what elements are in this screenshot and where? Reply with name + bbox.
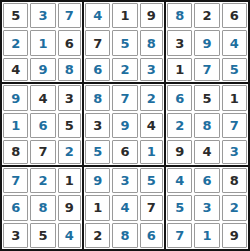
cell-r1c4[interactable]: 4 (85, 3, 110, 28)
cell-r8c8[interactable]: 3 (194, 195, 219, 220)
cell-r2c2[interactable]: 1 (30, 30, 55, 55)
cell-slot-r8c3: 9 (57, 194, 84, 221)
cell-slot-r9c7: 7 (166, 222, 193, 249)
cell-slot-r7c6: 5 (139, 167, 166, 194)
cell-r5c1[interactable]: 1 (3, 113, 28, 138)
cell-slot-r9c4: 2 (84, 222, 111, 249)
cell-r7c1[interactable]: 7 (3, 168, 28, 193)
cell-slot-r7c3: 1 (57, 167, 84, 194)
cell-r7c8[interactable]: 6 (194, 168, 219, 193)
cell-r3c2[interactable]: 9 (30, 58, 55, 81)
cell-r1c1[interactable]: 5 (3, 3, 28, 28)
cell-slot-r4c1: 9 (2, 84, 29, 111)
cell-slot-r1c6: 9 (139, 2, 166, 29)
cell-r7c5[interactable]: 3 (112, 168, 137, 193)
cell-slot-r8c1: 6 (2, 194, 29, 221)
cell-r5c8[interactable]: 8 (194, 113, 219, 138)
cell-r6c4[interactable]: 5 (85, 140, 110, 163)
cell-slot-r4c2: 4 (29, 84, 56, 111)
cell-r4c3[interactable]: 3 (58, 85, 81, 110)
cell-slot-r3c4: 6 (84, 57, 111, 84)
cell-slot-r3c3: 8 (57, 57, 84, 84)
cell-r2c6[interactable]: 8 (140, 30, 163, 55)
cell-slot-r5c4: 3 (84, 112, 111, 139)
cell-slot-r9c8: 1 (193, 222, 220, 249)
cell-slot-r3c2: 9 (29, 57, 56, 84)
cell-r5c6[interactable]: 4 (140, 113, 163, 138)
cell-slot-r4c4: 8 (84, 84, 111, 111)
cell-r1c7[interactable]: 8 (167, 3, 192, 28)
cell-r1c8[interactable]: 2 (194, 3, 219, 28)
cell-r3c3[interactable]: 8 (58, 58, 81, 81)
cell-slot-r2c5: 5 (111, 29, 138, 56)
cell-slot-r6c3: 2 (57, 139, 84, 166)
cell-slot-r1c5: 1 (111, 2, 138, 29)
cell-slot-r1c2: 3 (29, 2, 56, 29)
cell-r2c7[interactable]: 3 (167, 30, 192, 55)
cell-r9c5[interactable]: 8 (112, 223, 137, 248)
cell-r6c9[interactable]: 3 (222, 140, 247, 163)
cell-slot-r5c7: 2 (166, 112, 193, 139)
cell-r3c7[interactable]: 1 (167, 58, 192, 81)
cell-slot-r2c1: 2 (2, 29, 29, 56)
cell-slot-r7c5: 3 (111, 167, 138, 194)
cell-slot-r9c6: 6 (139, 222, 166, 249)
cell-r7c9[interactable]: 8 (222, 168, 247, 193)
cell-slot-r5c9: 7 (221, 112, 248, 139)
cell-r8c4[interactable]: 1 (85, 195, 110, 220)
cell-r3c5[interactable]: 2 (112, 58, 137, 81)
cell-r2c8[interactable]: 9 (194, 30, 219, 55)
cell-r3c4[interactable]: 6 (85, 58, 110, 81)
cell-slot-r6c5: 6 (111, 139, 138, 166)
cell-slot-r8c6: 7 (139, 194, 166, 221)
cell-slot-r2c7: 3 (166, 29, 193, 56)
cell-r7c7[interactable]: 4 (167, 168, 192, 193)
cell-r6c7[interactable]: 9 (167, 140, 192, 163)
cell-r6c8[interactable]: 4 (194, 140, 219, 163)
cell-slot-r2c2: 1 (29, 29, 56, 56)
cell-r8c1[interactable]: 6 (3, 195, 28, 220)
cell-slot-r5c5: 9 (111, 112, 138, 139)
cell-r2c4[interactable]: 7 (85, 30, 110, 55)
cell-slot-r4c8: 5 (193, 84, 220, 111)
cell-r4c6[interactable]: 2 (140, 85, 163, 110)
cell-slot-r9c3: 4 (57, 222, 84, 249)
cell-r9c9[interactable]: 9 (222, 223, 247, 248)
cell-r5c3[interactable]: 5 (58, 113, 81, 138)
cell-slot-r9c2: 5 (29, 222, 56, 249)
cell-slot-r4c3: 3 (57, 84, 84, 111)
cell-r9c3[interactable]: 4 (58, 223, 81, 248)
cell-r4c9[interactable]: 1 (222, 85, 247, 110)
cell-slot-r3c9: 5 (221, 57, 248, 84)
cell-r6c1[interactable]: 8 (3, 140, 28, 163)
cell-slot-r8c8: 3 (193, 194, 220, 221)
cell-slot-r2c9: 4 (221, 29, 248, 56)
cell-r1c5[interactable]: 1 (112, 3, 137, 28)
cell-r2c9[interactable]: 4 (222, 30, 247, 55)
cell-slot-r6c2: 7 (29, 139, 56, 166)
cell-slot-r7c1: 7 (2, 167, 29, 194)
cell-slot-r7c2: 2 (29, 167, 56, 194)
cell-r5c9[interactable]: 7 (222, 113, 247, 138)
cell-r3c8[interactable]: 7 (194, 58, 219, 81)
cell-slot-r7c9: 8 (221, 167, 248, 194)
cell-slot-r8c2: 8 (29, 194, 56, 221)
cell-r4c2[interactable]: 4 (30, 85, 55, 110)
cell-slot-r5c3: 5 (57, 112, 84, 139)
cell-slot-r2c6: 8 (139, 29, 166, 56)
cell-slot-r4c6: 2 (139, 84, 166, 111)
cell-r4c5[interactable]: 7 (112, 85, 137, 110)
cell-r4c1[interactable]: 9 (3, 85, 28, 110)
cell-slot-r6c4: 5 (84, 139, 111, 166)
cell-r2c1[interactable]: 2 (3, 30, 28, 55)
cell-slot-r6c7: 9 (166, 139, 193, 166)
cell-slot-r1c9: 6 (221, 2, 248, 29)
cell-r9c6[interactable]: 6 (140, 223, 163, 248)
cell-slot-r8c4: 1 (84, 194, 111, 221)
cell-slot-r3c6: 3 (139, 57, 166, 84)
cell-r3c1[interactable]: 4 (3, 58, 28, 81)
cell-slot-r6c8: 4 (193, 139, 220, 166)
cell-r2c5[interactable]: 5 (112, 30, 137, 55)
cell-slot-r9c1: 3 (2, 222, 29, 249)
cell-r7c2[interactable]: 2 (30, 168, 55, 193)
cell-slot-r3c7: 1 (166, 57, 193, 84)
cell-r4c8[interactable]: 5 (194, 85, 219, 110)
cell-slot-r5c6: 4 (139, 112, 166, 139)
cell-slot-r8c7: 5 (166, 194, 193, 221)
cell-r9c8[interactable]: 1 (194, 223, 219, 248)
cell-slot-r2c3: 6 (57, 29, 84, 56)
cell-r8c7[interactable]: 5 (167, 195, 192, 220)
cell-slot-r4c5: 7 (111, 84, 138, 111)
cell-r7c6[interactable]: 5 (140, 168, 163, 193)
cell-slot-r2c4: 7 (84, 29, 111, 56)
cell-r8c5[interactable]: 4 (112, 195, 137, 220)
cell-slot-r6c6: 1 (139, 139, 166, 166)
cell-r6c5[interactable]: 6 (112, 140, 137, 163)
cell-r5c7[interactable]: 2 (167, 113, 192, 138)
cell-r6c3[interactable]: 2 (58, 140, 81, 163)
cell-r8c3[interactable]: 9 (58, 195, 81, 220)
cell-r5c2[interactable]: 6 (30, 113, 55, 138)
cell-r8c2[interactable]: 8 (30, 195, 55, 220)
cell-slot-r3c8: 7 (193, 57, 220, 84)
cell-slot-r8c9: 2 (221, 194, 248, 221)
cell-r9c7[interactable]: 7 (167, 223, 192, 248)
cell-slot-r9c9: 9 (221, 222, 248, 249)
cell-slot-r3c1: 4 (2, 57, 29, 84)
sudoku-board: 5374198262167583944986231759438726511653… (0, 0, 250, 251)
cell-r5c5[interactable]: 9 (112, 113, 137, 138)
cell-slot-r8c5: 4 (111, 194, 138, 221)
cell-r7c4[interactable]: 9 (85, 168, 110, 193)
cell-r1c9[interactable]: 6 (222, 3, 247, 28)
cell-r4c7[interactable]: 6 (167, 85, 192, 110)
cell-slot-r2c8: 9 (193, 29, 220, 56)
cell-slot-r1c4: 4 (84, 2, 111, 29)
cell-r9c1[interactable]: 3 (3, 223, 28, 248)
cell-slot-r6c9: 3 (221, 139, 248, 166)
cell-slot-r1c8: 2 (193, 2, 220, 29)
cell-slot-r1c1: 5 (2, 2, 29, 29)
cell-slot-r5c8: 8 (193, 112, 220, 139)
cell-r6c2[interactable]: 7 (30, 140, 55, 163)
cell-slot-r5c1: 1 (2, 112, 29, 139)
cell-r1c6[interactable]: 9 (140, 3, 163, 28)
cell-r1c3[interactable]: 7 (58, 3, 81, 28)
cell-r1c2[interactable]: 3 (30, 3, 55, 28)
cell-slot-r7c7: 4 (166, 167, 193, 194)
cell-r2c3[interactable]: 6 (58, 30, 81, 55)
cell-r5c4[interactable]: 3 (85, 113, 110, 138)
cell-r3c6[interactable]: 3 (140, 58, 163, 81)
cell-r4c4[interactable]: 8 (85, 85, 110, 110)
cell-slot-r3c5: 2 (111, 57, 138, 84)
cell-slot-r4c7: 6 (166, 84, 193, 111)
cell-r9c2[interactable]: 5 (30, 223, 55, 248)
cell-slot-r9c5: 8 (111, 222, 138, 249)
cell-r8c9[interactable]: 2 (222, 195, 247, 220)
cell-r9c4[interactable]: 2 (85, 223, 110, 248)
cell-slot-r4c9: 1 (221, 84, 248, 111)
cell-r6c6[interactable]: 1 (140, 140, 163, 163)
cell-slot-r1c3: 7 (57, 2, 84, 29)
cell-r7c3[interactable]: 1 (58, 168, 81, 193)
cell-slot-r6c1: 8 (2, 139, 29, 166)
cell-slot-r7c4: 9 (84, 167, 111, 194)
cell-slot-r1c7: 8 (166, 2, 193, 29)
cell-r3c9[interactable]: 5 (222, 58, 247, 81)
cell-slot-r7c8: 6 (193, 167, 220, 194)
cell-slot-r5c2: 6 (29, 112, 56, 139)
cell-r8c6[interactable]: 7 (140, 195, 163, 220)
